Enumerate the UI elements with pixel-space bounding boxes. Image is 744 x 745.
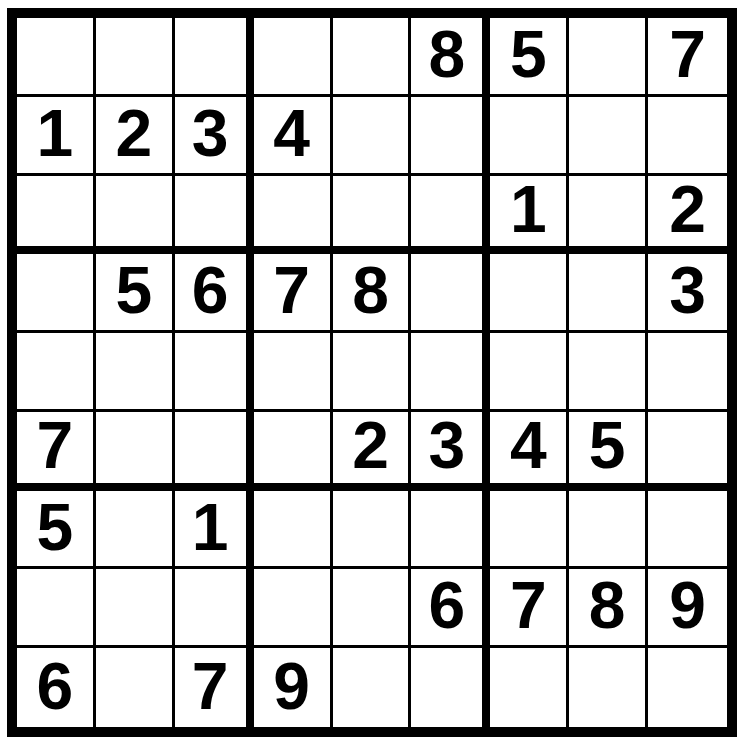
cell-r3c1[interactable] xyxy=(17,176,96,255)
given-digit: 2 xyxy=(115,100,152,166)
cell-r4c3[interactable]: 6 xyxy=(175,254,254,333)
cell-r8c1[interactable] xyxy=(17,569,96,648)
cell-r5c1[interactable] xyxy=(17,333,96,412)
cell-r1c9[interactable]: 7 xyxy=(648,18,727,97)
cell-r3c4[interactable] xyxy=(254,176,333,255)
given-digit: 5 xyxy=(510,21,547,87)
sudoku-page: 8571234125678372345516789679 xyxy=(0,0,744,745)
cell-r3c6[interactable] xyxy=(411,176,490,255)
given-digit: 6 xyxy=(37,653,74,719)
cell-r5c3[interactable] xyxy=(175,333,254,412)
cell-r2c4[interactable]: 4 xyxy=(254,97,333,176)
given-digit: 4 xyxy=(510,412,547,478)
cell-r7c7[interactable] xyxy=(490,491,569,570)
cell-r2c3[interactable]: 3 xyxy=(175,97,254,176)
cell-r6c2[interactable] xyxy=(96,412,175,491)
given-digit: 8 xyxy=(352,257,389,323)
cell-r4c5[interactable]: 8 xyxy=(333,254,412,333)
cell-r1c1[interactable] xyxy=(17,18,96,97)
given-digit: 9 xyxy=(273,653,310,719)
cell-r4c9[interactable]: 3 xyxy=(648,254,727,333)
cell-r9c5[interactable] xyxy=(333,648,412,727)
cell-r2c1[interactable]: 1 xyxy=(17,97,96,176)
cell-r1c5[interactable] xyxy=(333,18,412,97)
cell-r7c2[interactable] xyxy=(96,491,175,570)
cell-r2c8[interactable] xyxy=(569,97,648,176)
given-digit: 8 xyxy=(589,572,626,638)
cell-r9c3[interactable]: 7 xyxy=(175,648,254,727)
cell-r4c6[interactable] xyxy=(411,254,490,333)
given-digit: 7 xyxy=(273,257,310,323)
cell-r3c5[interactable] xyxy=(333,176,412,255)
cell-r8c5[interactable] xyxy=(333,569,412,648)
cell-r1c2[interactable] xyxy=(96,18,175,97)
cell-r8c7[interactable]: 7 xyxy=(490,569,569,648)
cell-r3c7[interactable]: 1 xyxy=(490,176,569,255)
given-digit: 7 xyxy=(37,412,74,478)
cell-r8c6[interactable]: 6 xyxy=(411,569,490,648)
cell-r7c5[interactable] xyxy=(333,491,412,570)
cell-r9c1[interactable]: 6 xyxy=(17,648,96,727)
cell-r1c8[interactable] xyxy=(569,18,648,97)
cell-r7c1[interactable]: 5 xyxy=(17,491,96,570)
given-digit: 3 xyxy=(669,257,706,323)
cell-r8c9[interactable]: 9 xyxy=(648,569,727,648)
cell-r3c8[interactable] xyxy=(569,176,648,255)
sudoku-board: 8571234125678372345516789679 xyxy=(7,8,737,737)
cell-r6c7[interactable]: 4 xyxy=(490,412,569,491)
given-digit: 4 xyxy=(273,100,310,166)
given-digit: 3 xyxy=(192,100,229,166)
cell-r4c1[interactable] xyxy=(17,254,96,333)
cell-r9c6[interactable] xyxy=(411,648,490,727)
given-digit: 3 xyxy=(429,412,466,478)
cell-r5c2[interactable] xyxy=(96,333,175,412)
cell-r2c2[interactable]: 2 xyxy=(96,97,175,176)
cell-r7c3[interactable]: 1 xyxy=(175,491,254,570)
cell-r6c6[interactable]: 3 xyxy=(411,412,490,491)
cell-r8c8[interactable]: 8 xyxy=(569,569,648,648)
given-digit: 1 xyxy=(192,494,229,560)
cell-r2c5[interactable] xyxy=(333,97,412,176)
given-digit: 2 xyxy=(352,412,389,478)
cell-r7c6[interactable] xyxy=(411,491,490,570)
cell-r1c4[interactable] xyxy=(254,18,333,97)
given-digit: 1 xyxy=(510,176,547,242)
cell-r8c3[interactable] xyxy=(175,569,254,648)
cell-r5c4[interactable] xyxy=(254,333,333,412)
cell-r9c7[interactable] xyxy=(490,648,569,727)
given-digit: 5 xyxy=(37,494,74,560)
cell-r7c9[interactable] xyxy=(648,491,727,570)
cell-r4c8[interactable] xyxy=(569,254,648,333)
given-digit: 2 xyxy=(669,176,706,242)
given-digit: 1 xyxy=(37,100,74,166)
given-digit: 6 xyxy=(429,572,466,638)
cell-r6c1[interactable]: 7 xyxy=(17,412,96,491)
cell-r7c4[interactable] xyxy=(254,491,333,570)
cell-r5c7[interactable] xyxy=(490,333,569,412)
cell-r6c9[interactable] xyxy=(648,412,727,491)
cell-r1c3[interactable] xyxy=(175,18,254,97)
cell-r2c6[interactable] xyxy=(411,97,490,176)
cell-r9c2[interactable] xyxy=(96,648,175,727)
given-digit: 5 xyxy=(589,412,626,478)
given-digit: 5 xyxy=(115,257,152,323)
cell-r5c9[interactable] xyxy=(648,333,727,412)
cell-r3c3[interactable] xyxy=(175,176,254,255)
cell-r5c8[interactable] xyxy=(569,333,648,412)
cell-r9c4[interactable]: 9 xyxy=(254,648,333,727)
cell-r6c5[interactable]: 2 xyxy=(333,412,412,491)
cell-r4c4[interactable]: 7 xyxy=(254,254,333,333)
cell-r3c2[interactable] xyxy=(96,176,175,255)
cell-r8c2[interactable] xyxy=(96,569,175,648)
cell-r5c5[interactable] xyxy=(333,333,412,412)
cell-r5c6[interactable] xyxy=(411,333,490,412)
cell-r7c8[interactable] xyxy=(569,491,648,570)
cell-r6c3[interactable] xyxy=(175,412,254,491)
cell-r6c4[interactable] xyxy=(254,412,333,491)
given-digit: 7 xyxy=(669,21,706,87)
cell-r6c8[interactable]: 5 xyxy=(569,412,648,491)
cell-r2c9[interactable] xyxy=(648,97,727,176)
cell-r4c7[interactable] xyxy=(490,254,569,333)
cell-r3c9[interactable]: 2 xyxy=(648,176,727,255)
cell-r1c7[interactable]: 5 xyxy=(490,18,569,97)
cell-r9c9[interactable] xyxy=(648,648,727,727)
given-digit: 8 xyxy=(429,21,466,87)
cell-r8c4[interactable] xyxy=(254,569,333,648)
given-digit: 6 xyxy=(192,257,229,323)
cell-r4c2[interactable]: 5 xyxy=(96,254,175,333)
cell-r1c6[interactable]: 8 xyxy=(411,18,490,97)
given-digit: 7 xyxy=(510,572,547,638)
given-digit: 7 xyxy=(192,653,229,719)
cell-r2c7[interactable] xyxy=(490,97,569,176)
cell-r9c8[interactable] xyxy=(569,648,648,727)
given-digit: 9 xyxy=(669,572,706,638)
